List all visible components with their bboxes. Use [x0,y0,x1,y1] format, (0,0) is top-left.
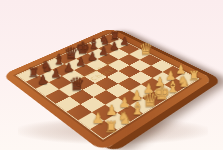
square-h1: ♜ [175,72,198,85]
square-h5: ♛ [129,49,150,60]
white-pawn: ♟ [173,64,189,76]
white-rook: ♜ [186,69,202,82]
photo-backdrop: ♜♞♝♛♚♝♞♜♟♟♟♟♟♟♟♟♛♛♟♟♟♟♟♟♟♟♜♞♝♛♚♝♞♜ House… [0,0,223,150]
